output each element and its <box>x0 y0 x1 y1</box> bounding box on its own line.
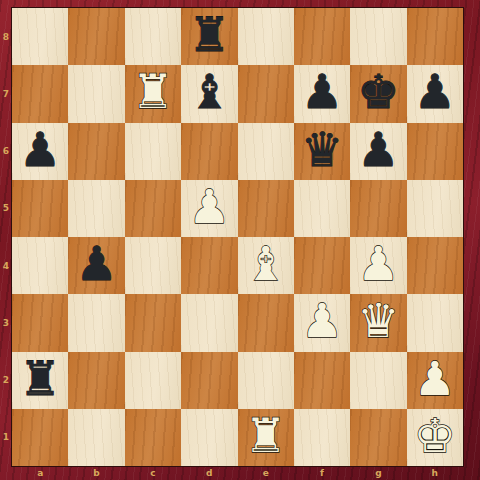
square-b1[interactable] <box>68 409 124 466</box>
square-e4[interactable]: ♝ <box>238 237 294 294</box>
square-f2[interactable] <box>294 352 350 409</box>
square-g2[interactable] <box>350 352 406 409</box>
square-h2[interactable]: ♟ <box>407 352 463 409</box>
square-d8[interactable]: ♜ <box>181 8 237 65</box>
square-h8[interactable] <box>407 8 463 65</box>
piece-black-pawn[interactable]: ♟ <box>75 240 117 287</box>
square-g3[interactable]: ♛ <box>350 294 406 351</box>
square-b4[interactable]: ♟ <box>68 237 124 294</box>
square-a5[interactable] <box>12 180 68 237</box>
file-label-d: d <box>181 466 237 480</box>
file-label-e: e <box>238 466 294 480</box>
square-f4[interactable] <box>294 237 350 294</box>
square-g1[interactable] <box>350 409 406 466</box>
square-g5[interactable] <box>350 180 406 237</box>
square-h4[interactable] <box>407 237 463 294</box>
piece-black-rook[interactable]: ♜ <box>188 11 230 58</box>
file-label-c: c <box>125 466 181 480</box>
square-a7[interactable] <box>12 65 68 122</box>
square-b7[interactable] <box>68 65 124 122</box>
chessboard: ♜♜♝♟♚♟♟♛♟♟♟♝♟♟♛♜♟♜♚ <box>12 8 463 466</box>
square-g7[interactable]: ♚ <box>350 65 406 122</box>
piece-white-rook[interactable]: ♜ <box>245 412 287 459</box>
square-h5[interactable] <box>407 180 463 237</box>
square-b8[interactable] <box>68 8 124 65</box>
square-g8[interactable] <box>350 8 406 65</box>
square-e8[interactable] <box>238 8 294 65</box>
piece-black-bishop[interactable]: ♝ <box>188 68 230 115</box>
square-h6[interactable] <box>407 123 463 180</box>
square-a2[interactable]: ♜ <box>12 352 68 409</box>
square-h3[interactable] <box>407 294 463 351</box>
rank-label-8: 8 <box>0 8 12 65</box>
piece-black-pawn[interactable]: ♟ <box>414 68 456 115</box>
piece-white-queen[interactable]: ♛ <box>357 297 399 344</box>
square-e2[interactable] <box>238 352 294 409</box>
file-labels: abcdefgh <box>12 466 463 480</box>
square-g6[interactable]: ♟ <box>350 123 406 180</box>
rank-labels: 87654321 <box>0 8 12 466</box>
piece-white-pawn[interactable]: ♟ <box>357 240 399 287</box>
square-a6[interactable]: ♟ <box>12 123 68 180</box>
file-label-b: b <box>68 466 124 480</box>
piece-black-queen[interactable]: ♛ <box>301 126 343 173</box>
piece-white-pawn[interactable]: ♟ <box>301 297 343 344</box>
square-f1[interactable] <box>294 409 350 466</box>
square-c6[interactable] <box>125 123 181 180</box>
square-e7[interactable] <box>238 65 294 122</box>
piece-black-pawn[interactable]: ♟ <box>357 126 399 173</box>
square-b6[interactable] <box>68 123 124 180</box>
square-a8[interactable] <box>12 8 68 65</box>
square-d4[interactable] <box>181 237 237 294</box>
square-d2[interactable] <box>181 352 237 409</box>
square-a3[interactable] <box>12 294 68 351</box>
rank-label-4: 4 <box>0 237 12 294</box>
piece-white-pawn[interactable]: ♟ <box>188 183 230 230</box>
piece-white-rook[interactable]: ♜ <box>132 68 174 115</box>
square-f3[interactable]: ♟ <box>294 294 350 351</box>
chessboard-frame: ♜♜♝♟♚♟♟♛♟♟♟♝♟♟♛♜♟♜♚ 87654321 abcdefgh <box>0 0 480 480</box>
square-c1[interactable] <box>125 409 181 466</box>
rank-label-5: 5 <box>0 180 12 237</box>
square-d5[interactable]: ♟ <box>181 180 237 237</box>
file-label-a: a <box>12 466 68 480</box>
piece-white-bishop[interactable]: ♝ <box>245 240 287 287</box>
square-f8[interactable] <box>294 8 350 65</box>
file-label-h: h <box>407 466 463 480</box>
square-h7[interactable]: ♟ <box>407 65 463 122</box>
square-e5[interactable] <box>238 180 294 237</box>
square-b2[interactable] <box>68 352 124 409</box>
square-c8[interactable] <box>125 8 181 65</box>
square-c3[interactable] <box>125 294 181 351</box>
file-label-f: f <box>294 466 350 480</box>
square-h1[interactable]: ♚ <box>407 409 463 466</box>
square-f5[interactable] <box>294 180 350 237</box>
square-a4[interactable] <box>12 237 68 294</box>
rank-label-2: 2 <box>0 352 12 409</box>
rank-label-3: 3 <box>0 294 12 351</box>
square-c4[interactable] <box>125 237 181 294</box>
square-f6[interactable]: ♛ <box>294 123 350 180</box>
square-d3[interactable] <box>181 294 237 351</box>
square-a1[interactable] <box>12 409 68 466</box>
rank-label-6: 6 <box>0 123 12 180</box>
rank-label-1: 1 <box>0 409 12 466</box>
square-e1[interactable]: ♜ <box>238 409 294 466</box>
piece-white-king[interactable]: ♚ <box>414 412 456 459</box>
piece-white-pawn[interactable]: ♟ <box>414 355 456 402</box>
square-d7[interactable]: ♝ <box>181 65 237 122</box>
square-c7[interactable]: ♜ <box>125 65 181 122</box>
square-c5[interactable] <box>125 180 181 237</box>
square-g4[interactable]: ♟ <box>350 237 406 294</box>
file-label-g: g <box>350 466 406 480</box>
piece-black-king[interactable]: ♚ <box>357 68 399 115</box>
square-d6[interactable] <box>181 123 237 180</box>
piece-black-rook[interactable]: ♜ <box>19 355 61 402</box>
square-c2[interactable] <box>125 352 181 409</box>
square-b3[interactable] <box>68 294 124 351</box>
square-e3[interactable] <box>238 294 294 351</box>
square-e6[interactable] <box>238 123 294 180</box>
square-d1[interactable] <box>181 409 237 466</box>
square-f7[interactable]: ♟ <box>294 65 350 122</box>
rank-label-7: 7 <box>0 65 12 122</box>
square-b5[interactable] <box>68 180 124 237</box>
piece-black-pawn[interactable]: ♟ <box>301 68 343 115</box>
piece-black-pawn[interactable]: ♟ <box>19 126 61 173</box>
